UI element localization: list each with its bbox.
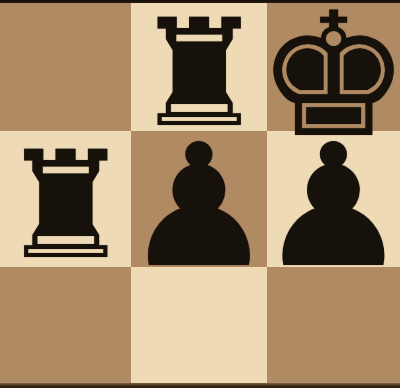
black-pawn[interactable]: ♟ xyxy=(257,121,400,291)
bottom-letterbox-bar xyxy=(0,383,400,388)
square-r2c3[interactable]: ♟ xyxy=(267,131,400,267)
square-r2c1[interactable]: ♜ xyxy=(0,131,131,267)
chess-board-frame: ♜ ♚ ♜ ♟ ♟ xyxy=(0,0,400,388)
black-pawn[interactable]: ♟ xyxy=(123,121,275,291)
chess-board: ♜ ♚ ♜ ♟ ♟ xyxy=(0,3,400,383)
black-rook[interactable]: ♜ xyxy=(0,132,132,280)
square-r1c1[interactable] xyxy=(0,3,131,131)
square-r2c2[interactable]: ♟ xyxy=(131,131,267,267)
